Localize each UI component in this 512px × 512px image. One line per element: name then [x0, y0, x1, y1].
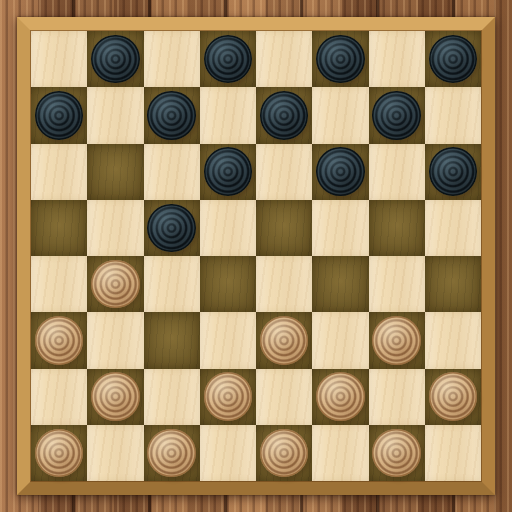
square-r4c4[interactable] [200, 200, 256, 256]
square-r2c6[interactable] [312, 87, 368, 143]
square-r3c3[interactable] [144, 144, 200, 200]
square-r2c7[interactable] [369, 87, 425, 143]
square-r6c3[interactable] [144, 312, 200, 368]
dark-piece[interactable] [204, 35, 252, 83]
dark-piece[interactable] [316, 35, 364, 83]
square-r3c4[interactable] [200, 144, 256, 200]
square-r7c3[interactable] [144, 369, 200, 425]
square-r6c6[interactable] [312, 312, 368, 368]
square-r6c2[interactable] [87, 312, 143, 368]
square-r1c1[interactable] [31, 31, 87, 87]
square-r1c8[interactable] [425, 31, 481, 87]
square-r4c1[interactable] [31, 200, 87, 256]
square-r5c2[interactable] [87, 256, 143, 312]
square-r5c3[interactable] [144, 256, 200, 312]
dark-piece[interactable] [91, 35, 139, 83]
square-r8c2[interactable] [87, 425, 143, 481]
square-r3c1[interactable] [31, 144, 87, 200]
square-r2c4[interactable] [200, 87, 256, 143]
light-piece[interactable] [91, 260, 139, 308]
square-r1c4[interactable] [200, 31, 256, 87]
light-piece[interactable] [204, 372, 252, 420]
square-r3c2[interactable] [87, 144, 143, 200]
light-piece[interactable] [260, 316, 308, 364]
square-r7c6[interactable] [312, 369, 368, 425]
square-r5c1[interactable] [31, 256, 87, 312]
square-r1c3[interactable] [144, 31, 200, 87]
square-r5c4[interactable] [200, 256, 256, 312]
square-r2c3[interactable] [144, 87, 200, 143]
square-r4c3[interactable] [144, 200, 200, 256]
checkers-board[interactable] [31, 31, 481, 481]
square-r4c2[interactable] [87, 200, 143, 256]
dark-piece[interactable] [260, 91, 308, 139]
dark-piece[interactable] [147, 204, 195, 252]
square-r8c5[interactable] [256, 425, 312, 481]
square-r5c5[interactable] [256, 256, 312, 312]
dark-piece[interactable] [147, 91, 195, 139]
light-piece[interactable] [91, 372, 139, 420]
square-r4c5[interactable] [256, 200, 312, 256]
wood-background [0, 0, 512, 512]
square-r7c7[interactable] [369, 369, 425, 425]
square-r3c7[interactable] [369, 144, 425, 200]
square-r8c1[interactable] [31, 425, 87, 481]
light-piece[interactable] [316, 372, 364, 420]
square-r1c7[interactable] [369, 31, 425, 87]
square-r3c8[interactable] [425, 144, 481, 200]
square-r5c6[interactable] [312, 256, 368, 312]
light-piece[interactable] [147, 429, 195, 477]
square-r8c8[interactable] [425, 425, 481, 481]
square-r7c1[interactable] [31, 369, 87, 425]
light-piece[interactable] [35, 429, 83, 477]
square-r6c4[interactable] [200, 312, 256, 368]
dark-piece[interactable] [316, 147, 364, 195]
dark-piece[interactable] [429, 35, 477, 83]
square-r5c7[interactable] [369, 256, 425, 312]
light-piece[interactable] [35, 316, 83, 364]
square-r7c4[interactable] [200, 369, 256, 425]
square-r3c6[interactable] [312, 144, 368, 200]
dark-piece[interactable] [204, 147, 252, 195]
square-r3c5[interactable] [256, 144, 312, 200]
square-r5c8[interactable] [425, 256, 481, 312]
square-r1c5[interactable] [256, 31, 312, 87]
square-r8c7[interactable] [369, 425, 425, 481]
dark-piece[interactable] [429, 147, 477, 195]
square-r1c6[interactable] [312, 31, 368, 87]
light-piece[interactable] [372, 429, 420, 477]
light-piece[interactable] [260, 429, 308, 477]
square-r7c2[interactable] [87, 369, 143, 425]
square-r1c2[interactable] [87, 31, 143, 87]
square-r7c5[interactable] [256, 369, 312, 425]
square-r2c1[interactable] [31, 87, 87, 143]
dark-piece[interactable] [372, 91, 420, 139]
light-piece[interactable] [372, 316, 420, 364]
square-r6c1[interactable] [31, 312, 87, 368]
square-r2c5[interactable] [256, 87, 312, 143]
light-piece[interactable] [429, 372, 477, 420]
square-r8c3[interactable] [144, 425, 200, 481]
square-r2c8[interactable] [425, 87, 481, 143]
square-r6c7[interactable] [369, 312, 425, 368]
square-r8c6[interactable] [312, 425, 368, 481]
square-r4c8[interactable] [425, 200, 481, 256]
square-r7c8[interactable] [425, 369, 481, 425]
square-r6c5[interactable] [256, 312, 312, 368]
dark-piece[interactable] [35, 91, 83, 139]
square-r8c4[interactable] [200, 425, 256, 481]
square-r4c7[interactable] [369, 200, 425, 256]
board-frame [17, 17, 495, 495]
square-r2c2[interactable] [87, 87, 143, 143]
square-r4c6[interactable] [312, 200, 368, 256]
square-r6c8[interactable] [425, 312, 481, 368]
